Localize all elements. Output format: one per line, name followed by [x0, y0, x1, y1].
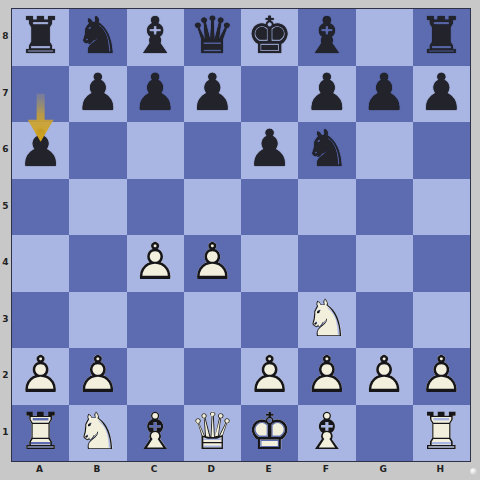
piece-outline-glyph: ♘: [298, 292, 355, 349]
square-c6[interactable]: [127, 122, 184, 179]
black-pawn: ♟: [356, 66, 413, 123]
square-g3[interactable]: [356, 292, 413, 349]
square-d3[interactable]: [184, 292, 241, 349]
square-h2[interactable]: ♟♙: [413, 348, 470, 405]
white-king: ♚♔: [241, 405, 298, 462]
file-label-B: B: [87, 464, 107, 474]
piece-fill-glyph: ♟: [413, 66, 470, 123]
black-bishop: ♝: [127, 9, 184, 66]
piece-outline-glyph: ♖: [12, 405, 69, 462]
square-g7[interactable]: ♟: [356, 66, 413, 123]
rank-label-2: 2: [0, 370, 11, 380]
chess-board: ♜♞♝♛♚♝♜♟♟♟♟♟♟♟♟♞♟♙♟♙♞♘♟♙♟♙♟♙♟♙♟♙♟♙♜♖♞♘♝♗…: [11, 8, 471, 462]
square-f8[interactable]: ♝: [298, 9, 355, 66]
white-pawn: ♟♙: [241, 348, 298, 405]
white-rook: ♜♖: [413, 405, 470, 462]
black-pawn: ♟: [241, 122, 298, 179]
white-bishop: ♝♗: [298, 405, 355, 462]
square-f6[interactable]: ♞: [298, 122, 355, 179]
white-pawn: ♟♙: [413, 348, 470, 405]
file-label-G: G: [373, 464, 393, 474]
square-f1[interactable]: ♝♗: [298, 405, 355, 462]
black-pawn: ♟: [184, 66, 241, 123]
square-e1[interactable]: ♚♔: [241, 405, 298, 462]
rank-label-3: 3: [0, 314, 11, 324]
piece-outline-glyph: ♖: [413, 405, 470, 462]
square-c5[interactable]: [127, 179, 184, 236]
square-h3[interactable]: [413, 292, 470, 349]
piece-fill-glyph: ♟: [127, 66, 184, 123]
square-g1[interactable]: [356, 405, 413, 462]
piece-fill-glyph: ♟: [69, 66, 126, 123]
piece-outline-glyph: ♙: [298, 348, 355, 405]
piece-outline-glyph: ♙: [241, 348, 298, 405]
square-f5[interactable]: [298, 179, 355, 236]
square-d4[interactable]: ♟♙: [184, 235, 241, 292]
board-grid: ♜♞♝♛♚♝♜♟♟♟♟♟♟♟♟♞♟♙♟♙♞♘♟♙♟♙♟♙♟♙♟♙♟♙♜♖♞♘♝♗…: [12, 9, 470, 461]
piece-outline-glyph: ♕: [184, 405, 241, 462]
piece-fill-glyph: ♜: [413, 9, 470, 66]
rank-label-5: 5: [0, 201, 11, 211]
white-pawn: ♟♙: [184, 235, 241, 292]
square-h4[interactable]: [413, 235, 470, 292]
rank-label-6: 6: [0, 144, 11, 154]
black-bishop: ♝: [298, 9, 355, 66]
white-pawn: ♟♙: [127, 235, 184, 292]
square-g6[interactable]: [356, 122, 413, 179]
square-a5[interactable]: [12, 179, 69, 236]
square-h8[interactable]: ♜: [413, 9, 470, 66]
square-b2[interactable]: ♟♙: [69, 348, 126, 405]
square-e7[interactable]: [241, 66, 298, 123]
square-b1[interactable]: ♞♘: [69, 405, 126, 462]
piece-outline-glyph: ♔: [241, 405, 298, 462]
black-rook: ♜: [413, 9, 470, 66]
square-a3[interactable]: [12, 292, 69, 349]
piece-outline-glyph: ♙: [356, 348, 413, 405]
piece-outline-glyph: ♘: [69, 405, 126, 462]
piece-fill-glyph: ♝: [298, 9, 355, 66]
black-knight: ♞: [298, 122, 355, 179]
square-f3[interactable]: ♞♘: [298, 292, 355, 349]
square-g5[interactable]: [356, 179, 413, 236]
square-g8[interactable]: [356, 9, 413, 66]
piece-fill-glyph: ♟: [356, 66, 413, 123]
white-pawn: ♟♙: [356, 348, 413, 405]
piece-fill-glyph: ♚: [241, 9, 298, 66]
square-h1[interactable]: ♜♖: [413, 405, 470, 462]
square-d8[interactable]: ♛: [184, 9, 241, 66]
square-c2[interactable]: [127, 348, 184, 405]
piece-outline-glyph: ♗: [298, 405, 355, 462]
piece-fill-glyph: ♛: [184, 9, 241, 66]
square-c8[interactable]: ♝: [127, 9, 184, 66]
white-knight: ♞♘: [298, 292, 355, 349]
piece-outline-glyph: ♙: [413, 348, 470, 405]
square-a1[interactable]: ♜♖: [12, 405, 69, 462]
black-pawn: ♟: [127, 66, 184, 123]
square-f4[interactable]: [298, 235, 355, 292]
square-e4[interactable]: [241, 235, 298, 292]
black-pawn: ♟: [298, 66, 355, 123]
white-bishop: ♝♗: [127, 405, 184, 462]
white-pawn: ♟♙: [69, 348, 126, 405]
piece-outline-glyph: ♙: [69, 348, 126, 405]
square-e3[interactable]: [241, 292, 298, 349]
square-e8[interactable]: ♚: [241, 9, 298, 66]
piece-outline-glyph: ♙: [12, 348, 69, 405]
rank-labels: 87654321: [0, 8, 11, 460]
piece-fill-glyph: ♟: [12, 122, 69, 179]
square-b8[interactable]: ♞: [69, 9, 126, 66]
square-d5[interactable]: [184, 179, 241, 236]
square-c7[interactable]: ♟: [127, 66, 184, 123]
square-e5[interactable]: [241, 179, 298, 236]
black-pawn: ♟: [12, 122, 69, 179]
square-b7[interactable]: ♟: [69, 66, 126, 123]
square-g2[interactable]: ♟♙: [356, 348, 413, 405]
piece-outline-glyph: ♙: [127, 235, 184, 292]
white-pawn: ♟♙: [298, 348, 355, 405]
square-g4[interactable]: [356, 235, 413, 292]
square-d6[interactable]: [184, 122, 241, 179]
square-h6[interactable]: [413, 122, 470, 179]
white-pawn: ♟♙: [12, 348, 69, 405]
file-label-E: E: [259, 464, 279, 474]
piece-fill-glyph: ♟: [298, 66, 355, 123]
rank-label-4: 4: [0, 257, 11, 267]
black-knight: ♞: [69, 9, 126, 66]
file-labels: ABCDEFGH: [11, 461, 469, 480]
square-f7[interactable]: ♟: [298, 66, 355, 123]
piece-fill-glyph: ♜: [12, 9, 69, 66]
square-b5[interactable]: [69, 179, 126, 236]
square-d7[interactable]: ♟: [184, 66, 241, 123]
piece-fill-glyph: ♝: [127, 9, 184, 66]
side-to-move-indicator: [470, 468, 477, 475]
square-b6[interactable]: [69, 122, 126, 179]
white-knight: ♞♘: [69, 405, 126, 462]
square-c1[interactable]: ♝♗: [127, 405, 184, 462]
piece-fill-glyph: ♟: [241, 122, 298, 179]
square-a7[interactable]: [12, 66, 69, 123]
black-king: ♚: [241, 9, 298, 66]
rank-label-7: 7: [0, 88, 11, 98]
file-label-A: A: [30, 464, 50, 474]
white-rook: ♜♖: [12, 405, 69, 462]
chess-app-screen: 87654321 ♜♞♝♛♚♝♜♟♟♟♟♟♟♟♟♞♟♙♟♙♞♘♟♙♟♙♟♙♟♙♟…: [0, 0, 480, 480]
piece-fill-glyph: ♟: [184, 66, 241, 123]
piece-outline-glyph: ♗: [127, 405, 184, 462]
square-d1[interactable]: ♛♕: [184, 405, 241, 462]
square-b4[interactable]: [69, 235, 126, 292]
black-pawn: ♟: [69, 66, 126, 123]
square-b3[interactable]: [69, 292, 126, 349]
square-h7[interactable]: ♟: [413, 66, 470, 123]
square-a4[interactable]: [12, 235, 69, 292]
piece-fill-glyph: ♞: [298, 122, 355, 179]
piece-fill-glyph: ♞: [69, 9, 126, 66]
square-f2[interactable]: ♟♙: [298, 348, 355, 405]
black-queen: ♛: [184, 9, 241, 66]
black-pawn: ♟: [413, 66, 470, 123]
black-rook: ♜: [12, 9, 69, 66]
rank-label-8: 8: [0, 31, 11, 41]
square-h5[interactable]: [413, 179, 470, 236]
square-c4[interactable]: ♟♙: [127, 235, 184, 292]
square-a2[interactable]: ♟♙: [12, 348, 69, 405]
square-e6[interactable]: ♟: [241, 122, 298, 179]
file-label-F: F: [316, 464, 336, 474]
file-label-C: C: [144, 464, 164, 474]
square-e2[interactable]: ♟♙: [241, 348, 298, 405]
piece-outline-glyph: ♙: [184, 235, 241, 292]
square-d2[interactable]: [184, 348, 241, 405]
file-label-D: D: [201, 464, 221, 474]
rank-label-1: 1: [0, 427, 11, 437]
white-queen: ♛♕: [184, 405, 241, 462]
file-label-H: H: [430, 464, 450, 474]
square-a6[interactable]: ♟: [12, 122, 69, 179]
square-c3[interactable]: [127, 292, 184, 349]
square-a8[interactable]: ♜: [12, 9, 69, 66]
